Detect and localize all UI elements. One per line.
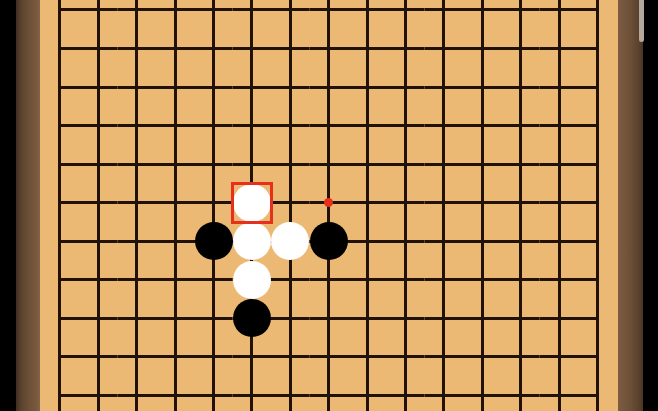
intersection-e3[interactable] — [194, 0, 232, 29]
intersection-h9[interactable] — [310, 222, 348, 261]
intersection-h11[interactable] — [310, 299, 348, 338]
intersection-h8[interactable] — [310, 183, 348, 222]
intersection-g4[interactable] — [271, 29, 309, 68]
intersection-n5[interactable] — [540, 68, 578, 107]
intersection-f13[interactable] — [233, 376, 271, 411]
intersection-o8[interactable] — [578, 183, 616, 222]
intersection-n8[interactable] — [540, 183, 578, 222]
intersection-j4[interactable] — [386, 29, 424, 68]
intersection-f8[interactable] — [233, 183, 271, 222]
intersection-e13[interactable] — [194, 376, 232, 411]
intersection-k7[interactable] — [425, 145, 463, 184]
intersection-o6[interactable] — [578, 106, 616, 145]
intersection-o10[interactable] — [578, 261, 616, 300]
intersection-m8[interactable] — [501, 183, 539, 222]
intersection-g5[interactable] — [271, 68, 309, 107]
intersection-g10[interactable] — [271, 261, 309, 300]
intersection-j8[interactable] — [386, 183, 424, 222]
intersection-k6[interactable] — [425, 106, 463, 145]
intersection-b6[interactable] — [79, 106, 117, 145]
intersection-c7[interactable] — [118, 145, 156, 184]
intersection-n3[interactable] — [540, 0, 578, 29]
intersection-a13[interactable] — [41, 376, 79, 411]
intersection-l3[interactable] — [463, 0, 501, 29]
intersection-j7[interactable] — [386, 145, 424, 184]
intersection-m13[interactable] — [501, 376, 539, 411]
intersection-h5[interactable] — [310, 68, 348, 107]
intersection-n7[interactable] — [540, 145, 578, 184]
intersection-m5[interactable] — [501, 68, 539, 107]
intersection-a3[interactable] — [41, 0, 79, 29]
intersection-f9[interactable] — [233, 222, 271, 261]
intersection-f11[interactable] — [233, 299, 271, 338]
intersection-h10[interactable] — [310, 261, 348, 300]
intersection-j13[interactable] — [386, 376, 424, 411]
intersection-d7[interactable] — [156, 145, 194, 184]
intersection-d9[interactable] — [156, 222, 194, 261]
intersection-j12[interactable] — [386, 338, 424, 377]
intersection-b12[interactable] — [79, 338, 117, 377]
goban-grid — [41, 0, 617, 411]
intersection-j10[interactable] — [386, 261, 424, 300]
intersection-e11[interactable] — [194, 299, 232, 338]
intersection-b7[interactable] — [79, 145, 117, 184]
intersection-i10[interactable] — [348, 261, 386, 300]
intersection-g9[interactable] — [271, 222, 309, 261]
last-move-marker — [231, 182, 273, 224]
intersection-a9[interactable] — [41, 222, 79, 261]
intersection-f4[interactable] — [233, 29, 271, 68]
intersection-n6[interactable] — [540, 106, 578, 145]
intersection-l9[interactable] — [463, 222, 501, 261]
intersection-i7[interactable] — [348, 145, 386, 184]
intersection-d3[interactable] — [156, 0, 194, 29]
intersection-d5[interactable] — [156, 68, 194, 107]
intersection-g3[interactable] — [271, 0, 309, 29]
app-viewport — [0, 0, 658, 411]
intersection-m9[interactable] — [501, 222, 539, 261]
intersection-e5[interactable] — [194, 68, 232, 107]
intersection-o9[interactable] — [578, 222, 616, 261]
intersection-e10[interactable] — [194, 261, 232, 300]
intersection-m11[interactable] — [501, 299, 539, 338]
intersection-f6[interactable] — [233, 106, 271, 145]
intersection-j11[interactable] — [386, 299, 424, 338]
intersection-b5[interactable] — [79, 68, 117, 107]
white-stone — [233, 261, 271, 299]
intersection-h7[interactable] — [310, 145, 348, 184]
intersection-c8[interactable] — [118, 183, 156, 222]
white-stone — [233, 222, 271, 260]
intersection-g12[interactable] — [271, 338, 309, 377]
intersection-m3[interactable] — [501, 0, 539, 29]
scrollbar-thumb[interactable] — [639, 0, 644, 42]
intersection-b4[interactable] — [79, 29, 117, 68]
intersection-c10[interactable] — [118, 261, 156, 300]
black-stone — [233, 299, 271, 337]
intersection-f12[interactable] — [233, 338, 271, 377]
intersection-d11[interactable] — [156, 299, 194, 338]
intersection-b3[interactable] — [79, 0, 117, 29]
intersection-i4[interactable] — [348, 29, 386, 68]
intersection-k13[interactable] — [425, 376, 463, 411]
intersection-k3[interactable] — [425, 0, 463, 29]
intersection-o7[interactable] — [578, 145, 616, 184]
intersection-c13[interactable] — [118, 376, 156, 411]
intersection-e7[interactable] — [194, 145, 232, 184]
intersection-l13[interactable] — [463, 376, 501, 411]
intersection-i13[interactable] — [348, 376, 386, 411]
black-stone — [310, 222, 348, 260]
intersection-d13[interactable] — [156, 376, 194, 411]
intersection-b13[interactable] — [79, 376, 117, 411]
intersection-n4[interactable] — [540, 29, 578, 68]
intersection-c4[interactable] — [118, 29, 156, 68]
intersection-l12[interactable] — [463, 338, 501, 377]
intersection-k11[interactable] — [425, 299, 463, 338]
intersection-e6[interactable] — [194, 106, 232, 145]
intersection-d4[interactable] — [156, 29, 194, 68]
intersection-k5[interactable] — [425, 68, 463, 107]
gomoku-board[interactable] — [40, 0, 618, 411]
intersection-h12[interactable] — [310, 338, 348, 377]
intersection-d8[interactable] — [156, 183, 194, 222]
intersection-o12[interactable] — [578, 338, 616, 377]
intersection-h6[interactable] — [310, 106, 348, 145]
intersection-a4[interactable] — [41, 29, 79, 68]
intersection-f5[interactable] — [233, 68, 271, 107]
intersection-h4[interactable] — [310, 29, 348, 68]
intersection-b11[interactable] — [79, 299, 117, 338]
intersection-i9[interactable] — [348, 222, 386, 261]
intersection-j3[interactable] — [386, 0, 424, 29]
goban-frame-right — [618, 0, 643, 411]
intersection-e8[interactable] — [194, 183, 232, 222]
intersection-g8[interactable] — [271, 183, 309, 222]
intersection-o4[interactable] — [578, 29, 616, 68]
intersection-o3[interactable] — [578, 0, 616, 29]
goban-frame-left — [16, 0, 40, 411]
intersection-k4[interactable] — [425, 29, 463, 68]
intersection-a10[interactable] — [41, 261, 79, 300]
intersection-f7[interactable] — [233, 145, 271, 184]
intersection-l11[interactable] — [463, 299, 501, 338]
intersection-c11[interactable] — [118, 299, 156, 338]
intersection-g13[interactable] — [271, 376, 309, 411]
intersection-c3[interactable] — [118, 0, 156, 29]
intersection-e4[interactable] — [194, 29, 232, 68]
intersection-h3[interactable] — [310, 0, 348, 29]
intersection-n12[interactable] — [540, 338, 578, 377]
intersection-l10[interactable] — [463, 261, 501, 300]
intersection-a12[interactable] — [41, 338, 79, 377]
intersection-l6[interactable] — [463, 106, 501, 145]
intersection-e12[interactable] — [194, 338, 232, 377]
intersection-k8[interactable] — [425, 183, 463, 222]
intersection-d12[interactable] — [156, 338, 194, 377]
intersection-h13[interactable] — [310, 376, 348, 411]
intersection-j5[interactable] — [386, 68, 424, 107]
intersection-n11[interactable] — [540, 299, 578, 338]
intersection-n9[interactable] — [540, 222, 578, 261]
intersection-i6[interactable] — [348, 106, 386, 145]
intersection-i11[interactable] — [348, 299, 386, 338]
intersection-a6[interactable] — [41, 106, 79, 145]
intersection-k12[interactable] — [425, 338, 463, 377]
intersection-o5[interactable] — [578, 68, 616, 107]
center-point-marker — [324, 198, 333, 207]
intersection-b10[interactable] — [79, 261, 117, 300]
black-stone — [195, 222, 233, 260]
intersection-a5[interactable] — [41, 68, 79, 107]
intersection-g11[interactable] — [271, 299, 309, 338]
intersection-b9[interactable] — [79, 222, 117, 261]
white-stone — [271, 222, 309, 260]
intersection-m10[interactable] — [501, 261, 539, 300]
intersection-k10[interactable] — [425, 261, 463, 300]
intersection-m12[interactable] — [501, 338, 539, 377]
intersection-c6[interactable] — [118, 106, 156, 145]
intersection-l8[interactable] — [463, 183, 501, 222]
intersection-m7[interactable] — [501, 145, 539, 184]
intersection-o13[interactable] — [578, 376, 616, 411]
intersection-c5[interactable] — [118, 68, 156, 107]
intersection-m4[interactable] — [501, 29, 539, 68]
intersection-e9[interactable] — [194, 222, 232, 261]
intersection-i5[interactable] — [348, 68, 386, 107]
intersection-i3[interactable] — [348, 0, 386, 29]
intersection-c9[interactable] — [118, 222, 156, 261]
intersection-g7[interactable] — [271, 145, 309, 184]
intersection-d10[interactable] — [156, 261, 194, 300]
intersection-k9[interactable] — [425, 222, 463, 261]
intersection-m6[interactable] — [501, 106, 539, 145]
intersection-b8[interactable] — [79, 183, 117, 222]
intersection-f10[interactable] — [233, 261, 271, 300]
intersection-o11[interactable] — [578, 299, 616, 338]
intersection-j9[interactable] — [386, 222, 424, 261]
intersection-l4[interactable] — [463, 29, 501, 68]
intersection-a7[interactable] — [41, 145, 79, 184]
intersection-l7[interactable] — [463, 145, 501, 184]
intersection-a11[interactable] — [41, 299, 79, 338]
intersection-f3[interactable] — [233, 0, 271, 29]
intersection-l5[interactable] — [463, 68, 501, 107]
intersection-j6[interactable] — [386, 106, 424, 145]
intersection-g6[interactable] — [271, 106, 309, 145]
intersection-n10[interactable] — [540, 261, 578, 300]
intersection-i12[interactable] — [348, 338, 386, 377]
intersection-a8[interactable] — [41, 183, 79, 222]
intersection-n13[interactable] — [540, 376, 578, 411]
intersection-d6[interactable] — [156, 106, 194, 145]
intersection-i8[interactable] — [348, 183, 386, 222]
intersection-c12[interactable] — [118, 338, 156, 377]
